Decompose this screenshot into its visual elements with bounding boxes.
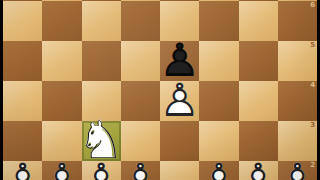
square-a5[interactable]	[3, 41, 42, 81]
chess-app-window: 876♟♙5♟♙4♞♘3♟♙♟♙♟♙♟♙♟♙♟♙2♟♙1	[0, 0, 320, 180]
square-h6[interactable]: 6	[278, 1, 317, 41]
square-g6[interactable]	[239, 1, 278, 41]
square-c2[interactable]: ♟♙	[82, 161, 121, 180]
square-d5[interactable]	[121, 41, 160, 81]
white-pawn-outline-glyph: ♙	[198, 157, 239, 180]
rank-label-3: 3	[310, 122, 315, 129]
square-a4[interactable]	[3, 81, 42, 121]
white-pawn-piece[interactable]: ♟♙	[199, 161, 238, 180]
square-g2[interactable]: ♟♙	[239, 161, 278, 180]
chess-board: 876♟♙5♟♙4♞♘3♟♙♟♙♟♙♟♙♟♙♟♙2♟♙1	[3, 0, 317, 180]
white-pawn-outline-glyph: ♙	[277, 157, 318, 180]
square-d4[interactable]	[121, 81, 160, 121]
white-pawn-outline-glyph: ♙	[81, 157, 122, 180]
square-h5[interactable]: 5	[278, 41, 317, 81]
square-e4[interactable]: ♟♙	[160, 81, 199, 121]
rank-label-6: 6	[310, 2, 315, 9]
square-b6[interactable]	[42, 1, 81, 41]
square-h4[interactable]: 4	[278, 81, 317, 121]
square-b5[interactable]	[42, 41, 81, 81]
square-f4[interactable]	[199, 81, 238, 121]
square-a2[interactable]: ♟♙	[3, 161, 42, 180]
white-pawn-outline-glyph: ♙	[238, 157, 279, 180]
square-d2[interactable]: ♟♙	[121, 161, 160, 180]
square-e2[interactable]	[160, 161, 199, 180]
square-g5[interactable]	[239, 41, 278, 81]
square-h2[interactable]: 2♟♙	[278, 161, 317, 180]
square-e3[interactable]	[160, 121, 199, 161]
square-a6[interactable]	[3, 1, 42, 41]
white-pawn-outline-glyph: ♙	[159, 77, 200, 123]
square-d6[interactable]	[121, 1, 160, 41]
white-pawn-piece[interactable]: ♟♙	[278, 161, 317, 180]
square-g4[interactable]	[239, 81, 278, 121]
square-f6[interactable]	[199, 1, 238, 41]
square-f2[interactable]: ♟♙	[199, 161, 238, 180]
white-pawn-outline-glyph: ♙	[2, 157, 43, 180]
square-c6[interactable]	[82, 1, 121, 41]
white-pawn-piece[interactable]: ♟♙	[42, 161, 81, 180]
white-pawn-outline-glyph: ♙	[120, 157, 161, 180]
white-pawn-piece[interactable]: ♟♙	[3, 161, 42, 180]
square-c5[interactable]	[82, 41, 121, 81]
white-pawn-piece[interactable]: ♟♙	[121, 161, 160, 180]
white-pawn-piece[interactable]: ♟♙	[160, 81, 199, 121]
white-pawn-piece[interactable]: ♟♙	[239, 161, 278, 180]
square-b2[interactable]: ♟♙	[42, 161, 81, 180]
square-f5[interactable]	[199, 41, 238, 81]
white-pawn-piece[interactable]: ♟♙	[82, 161, 121, 180]
white-pawn-outline-glyph: ♙	[41, 157, 82, 180]
rank-label-4: 4	[310, 82, 315, 89]
rank-label-5: 5	[310, 42, 315, 49]
square-b4[interactable]	[42, 81, 81, 121]
